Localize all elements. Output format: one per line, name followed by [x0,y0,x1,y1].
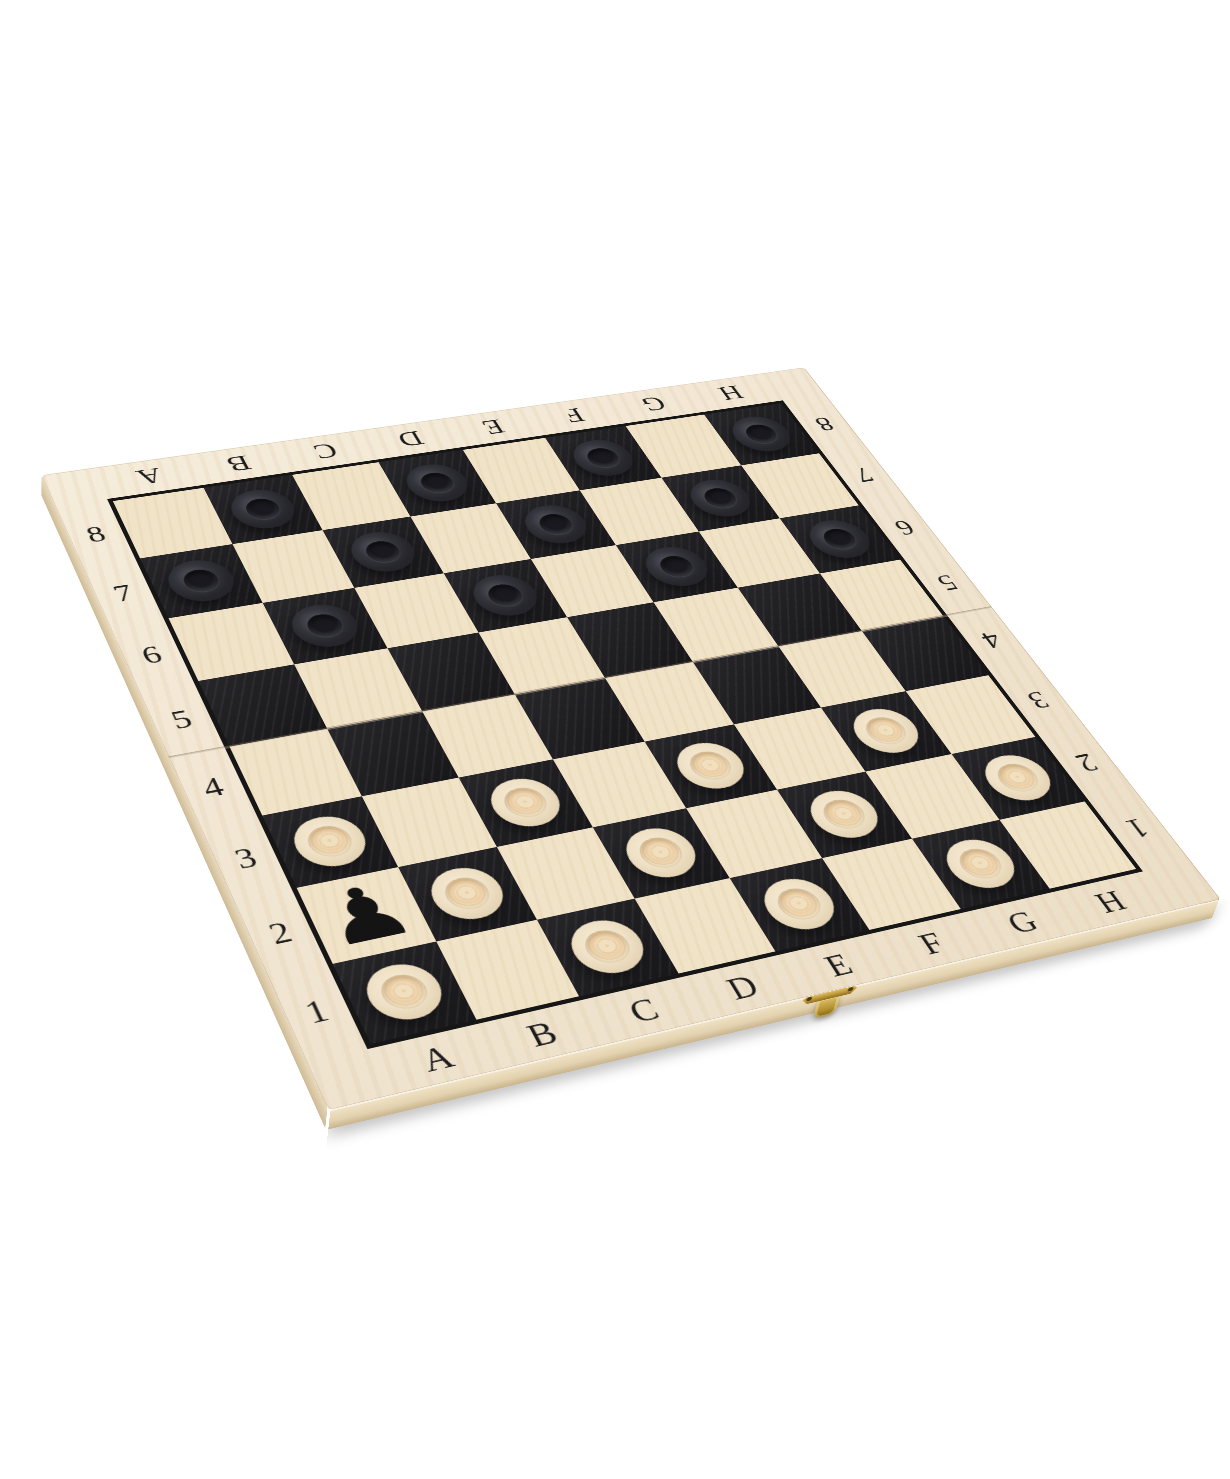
square-h2[interactable] [952,737,1085,820]
file-labels-bottom: ABCDEFGH [373,872,1169,1094]
black-checker-h8[interactable] [723,413,800,454]
rank-label-left-2: 2 [233,889,327,978]
white-checker-h2[interactable] [974,750,1063,805]
square-b3[interactable] [362,778,497,868]
play-area: ♟ [107,400,1143,1049]
square-g1[interactable] [912,820,1050,909]
square-c3[interactable] [459,759,593,847]
black-checker-b6[interactable] [283,600,366,651]
white-checker-e3[interactable] [667,738,755,794]
white-checker-c3[interactable] [481,773,570,831]
square-g2[interactable] [865,754,999,839]
white-checker-c1[interactable] [560,914,654,979]
black-checker-e7[interactable] [516,501,596,547]
square-b1[interactable] [436,920,579,1020]
black-checker-b8[interactable] [223,486,302,532]
white-checker-a1[interactable] [356,958,452,1026]
black-checker-g7[interactable] [681,476,760,520]
white-checker-b2[interactable] [421,862,514,925]
square-d2[interactable] [593,808,730,898]
square-h1[interactable] [999,801,1136,888]
white-checker-d2[interactable] [615,823,706,883]
square-b5[interactable] [294,648,422,729]
white-checker-g1[interactable] [935,834,1027,893]
square-f2[interactable] [777,772,912,859]
square-c1[interactable] [537,899,679,997]
square-c4[interactable] [422,694,553,777]
black-checker-d8[interactable] [398,461,476,505]
black-checker-d6[interactable] [464,571,546,620]
rank-label-left-1: 1 [268,965,365,1059]
white-checker-e1[interactable] [753,873,846,935]
white-checker-f2[interactable] [799,786,889,844]
rank-label-right-2: 2 [1039,727,1135,801]
square-a1[interactable] [333,941,477,1043]
square-b2[interactable] [398,847,537,942]
black-checker-h6[interactable] [800,516,880,561]
square-e2[interactable] [686,790,822,878]
rank-label-left-3: 3 [200,816,291,900]
rank-label-left-4: 4 [169,748,257,828]
rank-label-right-1: 1 [1089,790,1188,868]
square-a4[interactable] [230,729,362,816]
square-c2[interactable] [497,827,635,919]
white-checker-a3[interactable] [285,811,376,872]
printed-pawn-symbol: ♟ [297,867,437,964]
board-top-face: ABCDEFGH ABCDEFGH 87654321 87654321 ♟ [41,367,1220,1110]
checkers-board: ABCDEFGH ABCDEFGH 87654321 87654321 ♟ [41,367,1220,1110]
square-f1[interactable] [822,839,961,930]
product-photo-stage: ABCDEFGH ABCDEFGH 87654321 87654321 ♟ [0,0,1230,1479]
black-checker-a7[interactable] [160,556,242,605]
square-d4[interactable] [515,678,645,759]
square-b4[interactable] [327,711,458,796]
black-checker-f6[interactable] [636,543,717,590]
white-checker-g3[interactable] [843,704,930,758]
square-a5[interactable] [198,664,327,746]
square-d1[interactable] [635,878,776,973]
square-e3[interactable] [645,724,777,808]
square-d3[interactable] [553,742,686,828]
square-a2[interactable]: ♟ [297,867,437,964]
square-a3[interactable] [262,796,398,888]
black-checker-c7[interactable] [343,528,424,576]
square-e1[interactable] [730,858,870,951]
black-checker-f8[interactable] [564,436,642,479]
